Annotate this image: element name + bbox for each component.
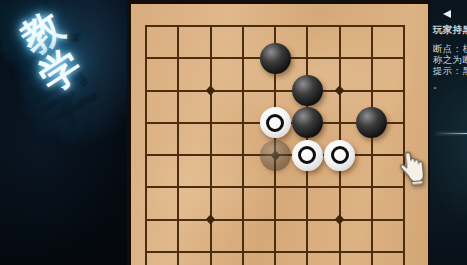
star-point <box>206 86 216 96</box>
grid-line-vertical <box>242 25 244 265</box>
collapse-panel-icon[interactable] <box>443 10 451 18</box>
ghost-stone-preview[interactable] <box>260 140 291 171</box>
circle-marker <box>331 146 349 164</box>
tutorial-banner: 教 学 教 学 <box>0 0 127 265</box>
lesson-line: 提示：黑 <box>433 65 467 76</box>
circle-marker <box>266 114 284 132</box>
grid-line-horizontal <box>145 251 405 253</box>
grid-line-vertical <box>371 25 373 265</box>
lesson-panel: 玩家持黑 断点：棋 称之为断 提示：黑 。 <box>430 0 467 265</box>
panel-divider <box>436 133 467 134</box>
grid-line-vertical <box>210 25 212 265</box>
grid-line-vertical <box>177 25 179 265</box>
lesson-line: 。 <box>433 79 467 90</box>
go-board[interactable] <box>131 4 428 265</box>
grid-line-horizontal <box>145 219 405 221</box>
star-point <box>206 215 216 225</box>
black-stone <box>292 75 323 106</box>
star-point <box>335 86 345 96</box>
white-stone-marked <box>324 140 355 171</box>
grid-line-horizontal <box>145 186 405 188</box>
hand-cursor-icon <box>397 149 428 188</box>
star-point <box>335 215 345 225</box>
app-window: 教 学 教 学 玩家持黑 断点：棋 称之为断 提示：黑 。 <box>0 0 467 265</box>
circle-marker <box>298 146 316 164</box>
black-stone <box>292 107 323 138</box>
lesson-line: 称之为断 <box>433 54 467 65</box>
player-color-label: 玩家持黑 <box>433 24 467 35</box>
lesson-line: 断点：棋 <box>433 43 467 54</box>
grid-line-vertical <box>403 25 405 265</box>
white-stone-marked <box>260 107 291 138</box>
black-stone <box>356 107 387 138</box>
grid-line-vertical <box>145 25 147 265</box>
go-board-frame <box>127 0 430 265</box>
black-stone <box>260 43 291 74</box>
white-stone-marked <box>292 140 323 171</box>
